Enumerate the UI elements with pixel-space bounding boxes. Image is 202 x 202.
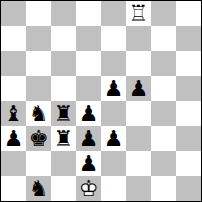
piece-glyph: ♞ (29, 101, 49, 126)
square-e6[interactable] (101, 51, 126, 76)
piece-black-pawn[interactable]: ♟ (79, 128, 99, 150)
piece-outline-glyph: ♔ (79, 176, 99, 201)
square-e7[interactable] (101, 26, 126, 51)
piece-black-knight[interactable]: ♞ (29, 103, 49, 125)
square-f4[interactable] (126, 101, 151, 126)
square-c6[interactable] (51, 51, 76, 76)
piece-glyph: ♟ (79, 126, 99, 151)
piece-glyph: ♞ (29, 176, 49, 201)
square-g6[interactable] (151, 51, 176, 76)
square-f5[interactable]: ♟ (126, 76, 151, 101)
square-b4[interactable]: ♞ (26, 101, 51, 126)
square-b3[interactable]: ♚ (26, 126, 51, 151)
chess-board: ♜♖♟♟♝♞♜♟♟♚♜♟♟♟♞♚♔ (0, 0, 202, 202)
square-d8[interactable] (76, 1, 101, 26)
square-c4[interactable]: ♜ (51, 101, 76, 126)
square-e2[interactable] (101, 151, 126, 176)
square-f8[interactable]: ♜♖ (126, 1, 151, 26)
square-d7[interactable] (76, 26, 101, 51)
square-f6[interactable] (126, 51, 151, 76)
square-b8[interactable] (26, 1, 51, 26)
piece-white-rook[interactable]: ♜♖ (129, 3, 149, 25)
piece-glyph: ♟ (104, 126, 124, 151)
square-e4[interactable] (101, 101, 126, 126)
square-c3[interactable]: ♜ (51, 126, 76, 151)
square-b2[interactable] (26, 151, 51, 176)
square-d1[interactable]: ♚♔ (76, 176, 101, 201)
square-e8[interactable] (101, 1, 126, 26)
piece-black-king[interactable]: ♚ (29, 128, 49, 150)
piece-black-pawn[interactable]: ♟ (104, 128, 124, 150)
square-c8[interactable] (51, 1, 76, 26)
square-c7[interactable] (51, 26, 76, 51)
square-d4[interactable]: ♟ (76, 101, 101, 126)
piece-black-rook[interactable]: ♜ (54, 128, 74, 150)
piece-black-pawn[interactable]: ♟ (129, 78, 149, 100)
square-c1[interactable] (51, 176, 76, 201)
piece-glyph: ♟ (129, 76, 149, 101)
piece-glyph: ♝ (4, 101, 24, 126)
square-g2[interactable] (151, 151, 176, 176)
square-a2[interactable] (1, 151, 26, 176)
piece-black-pawn[interactable]: ♟ (79, 153, 99, 175)
square-b6[interactable] (26, 51, 51, 76)
piece-black-pawn[interactable]: ♟ (104, 78, 124, 100)
square-h8[interactable] (176, 1, 201, 26)
square-f7[interactable] (126, 26, 151, 51)
square-b5[interactable] (26, 76, 51, 101)
square-a1[interactable] (1, 176, 26, 201)
square-d5[interactable] (76, 76, 101, 101)
square-c5[interactable] (51, 76, 76, 101)
square-f3[interactable] (126, 126, 151, 151)
square-h7[interactable] (176, 26, 201, 51)
square-d6[interactable] (76, 51, 101, 76)
piece-glyph: ♜ (54, 126, 74, 151)
square-e5[interactable]: ♟ (101, 76, 126, 101)
square-h6[interactable] (176, 51, 201, 76)
piece-glyph: ♜ (54, 101, 74, 126)
piece-black-rook[interactable]: ♜ (54, 103, 74, 125)
square-b7[interactable] (26, 26, 51, 51)
square-e3[interactable]: ♟ (101, 126, 126, 151)
piece-black-knight[interactable]: ♞ (29, 178, 49, 200)
square-d3[interactable]: ♟ (76, 126, 101, 151)
square-g1[interactable] (151, 176, 176, 201)
square-h1[interactable] (176, 176, 201, 201)
square-b1[interactable]: ♞ (26, 176, 51, 201)
piece-glyph: ♟ (4, 126, 24, 151)
piece-black-pawn[interactable]: ♟ (79, 103, 99, 125)
square-c2[interactable] (51, 151, 76, 176)
square-f1[interactable] (126, 176, 151, 201)
square-a8[interactable] (1, 1, 26, 26)
square-g4[interactable] (151, 101, 176, 126)
square-e1[interactable] (101, 176, 126, 201)
square-f2[interactable] (126, 151, 151, 176)
square-a4[interactable]: ♝ (1, 101, 26, 126)
square-h4[interactable] (176, 101, 201, 126)
piece-glyph: ♟ (79, 101, 99, 126)
square-a7[interactable] (1, 26, 26, 51)
square-a6[interactable] (1, 51, 26, 76)
square-g7[interactable] (151, 26, 176, 51)
square-h5[interactable] (176, 76, 201, 101)
piece-glyph: ♟ (79, 151, 99, 176)
piece-black-pawn[interactable]: ♟ (4, 128, 24, 150)
square-a3[interactable]: ♟ (1, 126, 26, 151)
piece-outline-glyph: ♖ (129, 1, 149, 26)
square-a5[interactable] (1, 76, 26, 101)
square-g5[interactable] (151, 76, 176, 101)
square-h3[interactable] (176, 126, 201, 151)
piece-black-bishop[interactable]: ♝ (4, 103, 24, 125)
piece-glyph: ♟ (104, 76, 124, 101)
piece-white-king[interactable]: ♚♔ (79, 178, 99, 200)
square-d2[interactable]: ♟ (76, 151, 101, 176)
square-g8[interactable] (151, 1, 176, 26)
square-h2[interactable] (176, 151, 201, 176)
piece-glyph: ♚ (29, 126, 49, 151)
square-g3[interactable] (151, 126, 176, 151)
